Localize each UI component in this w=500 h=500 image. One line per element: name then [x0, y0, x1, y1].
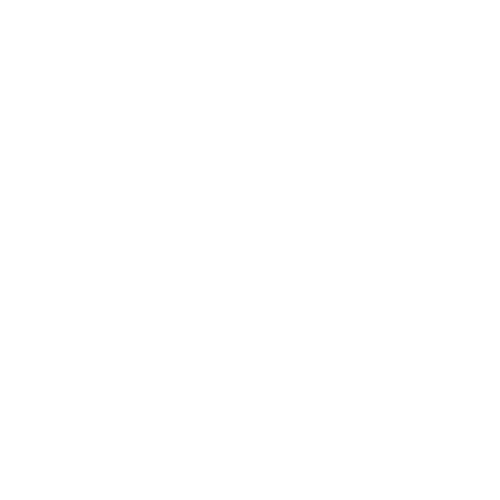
sheen-highlight — [40, 16, 170, 146]
sheen-highlight — [40, 16, 160, 136]
gold-frame-render — [40, 16, 500, 500]
product-photo — [40, 16, 500, 500]
frame-svg — [40, 16, 500, 500]
